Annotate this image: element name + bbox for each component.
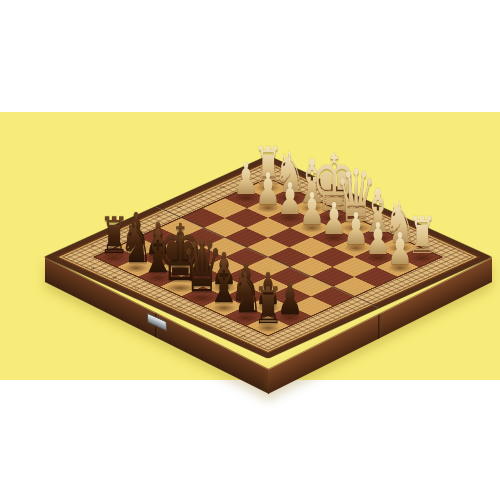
chess-board: abcdefgh 12345678 (45, 156, 492, 359)
rank-label: 6 (132, 224, 141, 228)
file-label: g (217, 325, 226, 329)
rank-label: 7 (110, 234, 119, 238)
file-label: c (132, 286, 140, 290)
file-label: b (110, 276, 119, 280)
rank-label: 8 (88, 244, 97, 248)
file-label: f (197, 315, 204, 318)
file-label: a (89, 266, 98, 270)
rank-label: 4 (175, 205, 184, 209)
file-label: h (239, 334, 248, 338)
rank-label: 2 (218, 185, 227, 189)
file-label: d (153, 296, 162, 300)
rank-label: 1 (239, 175, 248, 179)
rank-label: 3 (196, 195, 205, 199)
chess-set-photo: abcdefgh 12345678 ♜♟♞♟♝♟♚♟♛♟♝♟♟♞♜♟♟♜♞♟♟♝… (0, 0, 500, 500)
fold-seam-side (378, 313, 381, 339)
rank-label: 5 (153, 215, 162, 219)
file-label: e (175, 305, 184, 309)
